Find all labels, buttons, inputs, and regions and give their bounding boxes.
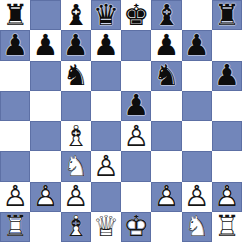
piece-fill-layer: ♟	[121, 91, 151, 121]
piece-fill-layer: ♜	[0, 0, 30, 30]
square-c5[interactable]	[61, 91, 91, 121]
piece-outline-layer: ♙	[91, 151, 121, 181]
square-g7[interactable]: ♟	[182, 30, 212, 60]
black-pawn-piece[interactable]: ♟	[91, 30, 121, 60]
square-a1[interactable]: ♜♖	[0, 212, 30, 242]
white-knight-piece[interactable]: ♞♘	[182, 212, 212, 242]
black-queen-piece[interactable]: ♛	[91, 0, 121, 30]
black-pawn-piece[interactable]: ♟	[30, 30, 60, 60]
black-pawn-piece[interactable]: ♟	[121, 91, 151, 121]
square-a3[interactable]	[0, 151, 30, 181]
white-rook-piece[interactable]: ♜♖	[0, 212, 30, 242]
black-king-piece[interactable]: ♚	[121, 0, 151, 30]
white-pawn-piece[interactable]: ♟♙	[91, 151, 121, 181]
square-d2[interactable]	[91, 182, 121, 212]
square-e5[interactable]: ♟	[121, 91, 151, 121]
piece-outline-layer: ♙	[0, 182, 30, 212]
piece-outline-layer: ♙	[151, 182, 181, 212]
piece-fill-layer: ♛	[91, 0, 121, 30]
square-d4[interactable]	[91, 121, 121, 151]
square-a2[interactable]: ♟♙	[0, 182, 30, 212]
square-e1[interactable]: ♚♔	[121, 212, 151, 242]
white-rook-piece[interactable]: ♜♖	[212, 212, 242, 242]
piece-outline-layer: ♙	[212, 182, 242, 212]
black-pawn-piece[interactable]: ♟	[182, 30, 212, 60]
square-h7[interactable]	[212, 30, 242, 60]
chess-board: ♜♝♛♚♝♜♟♟♟♟♟♟♞♞♟♟♝♗♟♙♞♘♟♙♟♙♟♙♟♙♟♙♟♙♟♙♜♖♝♗…	[0, 0, 242, 242]
square-a5[interactable]	[0, 91, 30, 121]
piece-fill-layer: ♞	[61, 61, 91, 91]
square-g6[interactable]	[182, 61, 212, 91]
piece-fill-layer: ♟	[212, 61, 242, 91]
square-e6[interactable]	[121, 61, 151, 91]
square-g8[interactable]	[182, 0, 212, 30]
white-pawn-piece[interactable]: ♟♙	[212, 182, 242, 212]
square-f3[interactable]	[151, 151, 181, 181]
piece-outline-layer: ♙	[182, 182, 212, 212]
black-bishop-piece[interactable]: ♝	[151, 0, 181, 30]
white-king-piece[interactable]: ♚♔	[121, 212, 151, 242]
white-pawn-piece[interactable]: ♟♙	[151, 182, 181, 212]
square-e8[interactable]: ♚	[121, 0, 151, 30]
square-h2[interactable]: ♟♙	[212, 182, 242, 212]
piece-fill-layer: ♟	[61, 30, 91, 60]
white-bishop-piece[interactable]: ♝♗	[61, 121, 91, 151]
piece-fill-layer: ♟	[30, 30, 60, 60]
square-e4[interactable]: ♟♙	[121, 121, 151, 151]
square-f8[interactable]: ♝	[151, 0, 181, 30]
square-b3[interactable]	[30, 151, 60, 181]
black-bishop-piece[interactable]: ♝	[61, 0, 91, 30]
square-d8[interactable]: ♛	[91, 0, 121, 30]
square-f2[interactable]: ♟♙	[151, 182, 181, 212]
square-h5[interactable]	[212, 91, 242, 121]
square-c2[interactable]: ♟♙	[61, 182, 91, 212]
square-a7[interactable]: ♟	[0, 30, 30, 60]
black-pawn-piece[interactable]: ♟	[151, 30, 181, 60]
piece-outline-layer: ♙	[30, 182, 60, 212]
white-pawn-piece[interactable]: ♟♙	[0, 182, 30, 212]
piece-outline-layer: ♗	[61, 212, 91, 242]
piece-outline-layer: ♖	[212, 212, 242, 242]
square-g3[interactable]	[182, 151, 212, 181]
square-c4[interactable]: ♝♗	[61, 121, 91, 151]
black-knight-piece[interactable]: ♞	[151, 61, 181, 91]
square-d1[interactable]: ♛♕	[91, 212, 121, 242]
square-f4[interactable]	[151, 121, 181, 151]
square-c7[interactable]: ♟	[61, 30, 91, 60]
square-h3[interactable]	[212, 151, 242, 181]
white-bishop-piece[interactable]: ♝♗	[61, 212, 91, 242]
square-b7[interactable]: ♟	[30, 30, 60, 60]
piece-fill-layer: ♚	[121, 0, 151, 30]
square-g1[interactable]: ♞♘	[182, 212, 212, 242]
square-b6[interactable]	[30, 61, 60, 91]
piece-fill-layer: ♟	[151, 30, 181, 60]
piece-outline-layer: ♖	[0, 212, 30, 242]
black-pawn-piece[interactable]: ♟	[0, 30, 30, 60]
piece-fill-layer: ♝	[151, 0, 181, 30]
square-b2[interactable]: ♟♙	[30, 182, 60, 212]
square-d6[interactable]	[91, 61, 121, 91]
piece-outline-layer: ♗	[61, 121, 91, 151]
square-c3[interactable]: ♞♘	[61, 151, 91, 181]
square-e3[interactable]	[121, 151, 151, 181]
piece-outline-layer: ♙	[61, 182, 91, 212]
white-pawn-piece[interactable]: ♟♙	[30, 182, 60, 212]
square-h4[interactable]	[212, 121, 242, 151]
white-pawn-piece[interactable]: ♟♙	[61, 182, 91, 212]
black-rook-piece[interactable]: ♜	[0, 0, 30, 30]
black-knight-piece[interactable]: ♞	[61, 61, 91, 91]
piece-fill-layer: ♟	[0, 30, 30, 60]
white-queen-piece[interactable]: ♛♕	[91, 212, 121, 242]
square-d5[interactable]	[91, 91, 121, 121]
square-b5[interactable]	[30, 91, 60, 121]
piece-outline-layer: ♔	[121, 212, 151, 242]
square-c1[interactable]: ♝♗	[61, 212, 91, 242]
square-h1[interactable]: ♜♖	[212, 212, 242, 242]
square-d7[interactable]: ♟	[91, 30, 121, 60]
square-d3[interactable]: ♟♙	[91, 151, 121, 181]
piece-fill-layer: ♜	[212, 0, 242, 30]
square-g4[interactable]	[182, 121, 212, 151]
square-a4[interactable]	[0, 121, 30, 151]
black-rook-piece[interactable]: ♜	[212, 0, 242, 30]
piece-fill-layer: ♝	[61, 0, 91, 30]
square-b4[interactable]	[30, 121, 60, 151]
square-a8[interactable]: ♜	[0, 0, 30, 30]
square-f7[interactable]: ♟	[151, 30, 181, 60]
square-f5[interactable]	[151, 91, 181, 121]
piece-outline-layer: ♙	[121, 121, 151, 151]
piece-fill-layer: ♟	[91, 30, 121, 60]
piece-outline-layer: ♘	[182, 212, 212, 242]
white-pawn-piece[interactable]: ♟♙	[121, 121, 151, 151]
square-b8[interactable]	[30, 0, 60, 30]
square-f1[interactable]	[151, 212, 181, 242]
square-e7[interactable]	[121, 30, 151, 60]
square-a6[interactable]	[0, 61, 30, 91]
square-c8[interactable]: ♝	[61, 0, 91, 30]
square-h6[interactable]: ♟	[212, 61, 242, 91]
square-c6[interactable]: ♞	[61, 61, 91, 91]
square-g2[interactable]: ♟♙	[182, 182, 212, 212]
black-pawn-piece[interactable]: ♟	[212, 61, 242, 91]
square-f6[interactable]: ♞	[151, 61, 181, 91]
piece-outline-layer: ♕	[91, 212, 121, 242]
square-h8[interactable]: ♜	[212, 0, 242, 30]
square-e2[interactable]	[121, 182, 151, 212]
piece-fill-layer: ♟	[182, 30, 212, 60]
black-pawn-piece[interactable]: ♟	[61, 30, 91, 60]
piece-fill-layer: ♞	[151, 61, 181, 91]
square-b1[interactable]	[30, 212, 60, 242]
white-knight-piece[interactable]: ♞♘	[61, 151, 91, 181]
piece-outline-layer: ♘	[61, 151, 91, 181]
square-g5[interactable]	[182, 91, 212, 121]
white-pawn-piece[interactable]: ♟♙	[182, 182, 212, 212]
